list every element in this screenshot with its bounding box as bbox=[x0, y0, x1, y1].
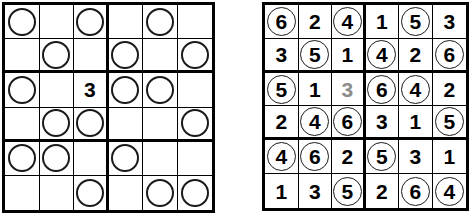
puzzle-cell-r5c5 bbox=[143, 142, 178, 176]
circle-mark bbox=[8, 76, 36, 104]
puzzle-cell-r2c6 bbox=[178, 39, 213, 73]
solution-board: 624153351426513642246315462531135264 bbox=[262, 2, 469, 211]
puzzle-cell-r6c1 bbox=[5, 176, 40, 210]
solution-digit: 4 bbox=[275, 146, 287, 167]
solution-digit: 3 bbox=[376, 111, 388, 132]
solution-digit: 2 bbox=[376, 181, 388, 202]
puzzle-cell-r1c4 bbox=[109, 5, 144, 39]
solution-digit: 5 bbox=[376, 146, 388, 167]
circle-mark: 6 bbox=[367, 75, 396, 104]
solution-cell-r3c1: 5 bbox=[265, 73, 299, 107]
circle-mark bbox=[76, 179, 104, 207]
circle-mark bbox=[111, 76, 139, 104]
circle-mark: 4 bbox=[401, 75, 430, 104]
solution-digit: 1 bbox=[376, 11, 388, 32]
solution-cell-r5c5: 3 bbox=[399, 140, 433, 174]
solution-cell-r5c4: 5 bbox=[366, 140, 400, 174]
solution-digit: 2 bbox=[443, 79, 455, 100]
puzzle-cell-r3c1 bbox=[5, 73, 40, 107]
puzzle-cell-r1c2 bbox=[40, 5, 75, 39]
puzzle-cell-r1c1 bbox=[5, 5, 40, 39]
solution-digit: 4 bbox=[409, 79, 421, 100]
puzzle-cell-r3c3: 3 bbox=[74, 73, 109, 107]
solution-cell-r5c6: 1 bbox=[433, 140, 467, 174]
solution-digit: 1 bbox=[409, 111, 421, 132]
solution-cell-r4c4: 3 bbox=[366, 106, 400, 140]
solution-cell-r5c3: 2 bbox=[332, 140, 366, 174]
solution-cell-r2c3: 1 bbox=[332, 39, 366, 73]
circle-mark: 6 bbox=[267, 7, 296, 36]
solution-cell-r3c6: 2 bbox=[433, 73, 467, 107]
puzzle-cell-r5c4 bbox=[109, 142, 144, 176]
page-canvas: 3 624153351426513642246315462531135264 bbox=[0, 0, 474, 216]
solution-cell-r1c2: 2 bbox=[299, 5, 333, 39]
circle-mark: 5 bbox=[435, 107, 464, 136]
puzzle-cell-r4c6 bbox=[178, 108, 213, 142]
solution-cell-r5c2: 6 bbox=[299, 140, 333, 174]
puzzle-cell-r3c2 bbox=[40, 73, 75, 107]
solution-cell-r4c6: 5 bbox=[433, 106, 467, 140]
solution-cell-r4c2: 4 bbox=[299, 106, 333, 140]
solution-cell-r6c6: 4 bbox=[433, 174, 467, 208]
solution-cell-r2c2: 5 bbox=[299, 39, 333, 73]
solution-digit: 5 bbox=[409, 11, 421, 32]
solution-cell-r6c5: 6 bbox=[399, 174, 433, 208]
puzzle-cell-r1c6 bbox=[178, 5, 213, 39]
solution-digit: 5 bbox=[275, 79, 287, 100]
given-digit: 3 bbox=[84, 79, 96, 100]
solution-digit: 1 bbox=[275, 181, 287, 202]
solution-cell-r6c1: 1 bbox=[265, 174, 299, 208]
puzzle-cell-r3c4 bbox=[109, 73, 144, 107]
solution-cell-r3c3: 3 bbox=[332, 73, 366, 107]
solution-digit: 5 bbox=[443, 111, 455, 132]
solution-cell-r5c1: 4 bbox=[265, 140, 299, 174]
solution-digit: 6 bbox=[309, 146, 321, 167]
circle-mark bbox=[146, 8, 174, 36]
puzzle-cell-r5c1 bbox=[5, 142, 40, 176]
circle-mark: 6 bbox=[300, 142, 329, 171]
puzzle-cell-r2c1 bbox=[5, 39, 40, 73]
puzzle-cell-r6c5 bbox=[143, 176, 178, 210]
circle-mark bbox=[181, 109, 209, 137]
solution-cell-r4c1: 2 bbox=[265, 106, 299, 140]
solution-digit: 3 bbox=[409, 146, 421, 167]
solution-digit: 2 bbox=[341, 146, 353, 167]
circle-mark: 5 bbox=[300, 40, 329, 69]
circle-mark: 4 bbox=[367, 40, 396, 69]
puzzle-cell-r5c6 bbox=[178, 142, 213, 176]
circle-mark bbox=[76, 8, 104, 36]
circle-mark bbox=[181, 41, 209, 69]
solution-digit: 1 bbox=[443, 146, 455, 167]
puzzle-cell-r4c3 bbox=[74, 108, 109, 142]
puzzle-cell-r4c4 bbox=[109, 108, 144, 142]
puzzle-cell-r4c5 bbox=[143, 108, 178, 142]
solution-cell-r3c5: 4 bbox=[399, 73, 433, 107]
circle-mark: 4 bbox=[333, 7, 362, 36]
puzzle-cell-r2c4 bbox=[109, 39, 144, 73]
circle-mark bbox=[42, 144, 70, 172]
solution-digit: 4 bbox=[443, 181, 455, 202]
circle-mark: 4 bbox=[435, 177, 464, 206]
solution-cell-r3c4: 6 bbox=[366, 73, 400, 107]
circle-mark bbox=[111, 144, 139, 172]
solution-cell-r2c1: 3 bbox=[265, 39, 299, 73]
puzzle-cell-r3c5 bbox=[143, 73, 178, 107]
puzzle-cell-r4c1 bbox=[5, 108, 40, 142]
solution-digit: 3 bbox=[309, 181, 321, 202]
solution-cell-r2c5: 2 bbox=[399, 39, 433, 73]
circle-mark: 6 bbox=[401, 177, 430, 206]
solution-digit: 3 bbox=[443, 11, 455, 32]
circle-mark: 4 bbox=[267, 142, 296, 171]
solution-cell-r6c4: 2 bbox=[366, 174, 400, 208]
puzzle-board: 3 bbox=[2, 2, 215, 213]
solution-digit: 2 bbox=[275, 111, 287, 132]
circle-mark bbox=[146, 179, 174, 207]
circle-mark bbox=[76, 109, 104, 137]
solution-digit: 6 bbox=[443, 44, 455, 65]
solution-cell-r4c5: 1 bbox=[399, 106, 433, 140]
puzzle-cell-r1c3 bbox=[74, 5, 109, 39]
puzzle-cell-r5c2 bbox=[40, 142, 75, 176]
solution-digit: 4 bbox=[341, 11, 353, 32]
circle-mark: 5 bbox=[401, 7, 430, 36]
puzzle-cell-r6c3 bbox=[74, 176, 109, 210]
solution-digit: 5 bbox=[341, 181, 353, 202]
puzzle-cell-r3c6 bbox=[178, 73, 213, 107]
circle-mark bbox=[181, 179, 209, 207]
solution-cell-r1c6: 3 bbox=[433, 5, 467, 39]
circle-mark: 5 bbox=[367, 142, 396, 171]
solution-cell-r1c3: 4 bbox=[332, 5, 366, 39]
circle-mark: 5 bbox=[333, 177, 362, 206]
solution-cell-r1c4: 1 bbox=[366, 5, 400, 39]
solution-cell-r6c2: 3 bbox=[299, 174, 333, 208]
circle-mark: 5 bbox=[267, 75, 296, 104]
circle-mark bbox=[146, 76, 174, 104]
solution-cell-r4c3: 6 bbox=[332, 106, 366, 140]
circle-mark: 6 bbox=[333, 107, 362, 136]
solution-digit: 6 bbox=[409, 181, 421, 202]
solution-cell-r6c3: 5 bbox=[332, 174, 366, 208]
puzzle-cell-r4c2 bbox=[40, 108, 75, 142]
puzzle-cell-r6c6 bbox=[178, 176, 213, 210]
solution-digit: 1 bbox=[309, 79, 321, 100]
circle-mark bbox=[42, 41, 70, 69]
solution-cell-r1c1: 6 bbox=[265, 5, 299, 39]
solution-digit: 1 bbox=[341, 44, 353, 65]
puzzle-cell-r5c3 bbox=[74, 142, 109, 176]
solution-digit: 2 bbox=[309, 11, 321, 32]
circle-mark bbox=[42, 109, 70, 137]
solution-digit: 2 bbox=[409, 44, 421, 65]
puzzle-cell-r2c2 bbox=[40, 39, 75, 73]
given-digit-gray: 3 bbox=[341, 79, 353, 100]
solution-cell-r3c2: 1 bbox=[299, 73, 333, 107]
solution-digit: 5 bbox=[309, 44, 321, 65]
circle-mark: 4 bbox=[300, 107, 329, 136]
puzzle-cell-r2c3 bbox=[74, 39, 109, 73]
puzzle-cell-r6c4 bbox=[109, 176, 144, 210]
solution-digit: 6 bbox=[376, 79, 388, 100]
solution-digit: 4 bbox=[376, 44, 388, 65]
solution-digit: 6 bbox=[341, 111, 353, 132]
puzzle-cell-r2c5 bbox=[143, 39, 178, 73]
circle-mark bbox=[8, 144, 36, 172]
solution-cell-r2c6: 6 bbox=[433, 39, 467, 73]
solution-cell-r1c5: 5 bbox=[399, 5, 433, 39]
puzzle-cell-r1c5 bbox=[143, 5, 178, 39]
puzzle-cell-r6c2 bbox=[40, 176, 75, 210]
solution-digit: 6 bbox=[275, 11, 287, 32]
circle-mark: 6 bbox=[435, 40, 464, 69]
solution-digit: 3 bbox=[275, 44, 287, 65]
solution-cell-r2c4: 4 bbox=[366, 39, 400, 73]
circle-mark bbox=[111, 41, 139, 69]
solution-digit: 4 bbox=[309, 111, 321, 132]
circle-mark bbox=[8, 8, 36, 36]
